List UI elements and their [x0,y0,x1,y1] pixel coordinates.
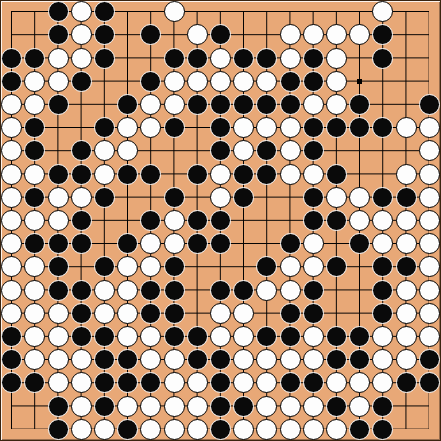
intersection-M8[interactable] [255,255,278,278]
intersection-G16[interactable] [139,70,162,93]
intersection-C3[interactable] [46,371,69,394]
intersection-K9[interactable] [209,232,232,255]
intersection-P1[interactable] [325,418,348,441]
intersection-D15[interactable] [70,93,93,116]
intersection-J10[interactable] [186,209,209,232]
intersection-Q2[interactable] [348,394,371,417]
intersection-H8[interactable] [162,255,185,278]
intersection-P12[interactable] [325,162,348,185]
intersection-D5[interactable] [70,325,93,348]
intersection-J8[interactable] [186,255,209,278]
intersection-G1[interactable] [139,418,162,441]
intersection-C5[interactable] [46,325,69,348]
intersection-O13[interactable] [302,139,325,162]
intersection-L11[interactable] [232,186,255,209]
intersection-H13[interactable] [162,139,185,162]
intersection-K10[interactable] [209,209,232,232]
intersection-G13[interactable] [139,139,162,162]
intersection-P2[interactable] [325,394,348,417]
intersection-T12[interactable] [418,162,441,185]
intersection-O12[interactable] [302,162,325,185]
intersection-L5[interactable] [232,325,255,348]
intersection-H16[interactable] [162,70,185,93]
intersection-D14[interactable] [70,116,93,139]
intersection-O14[interactable] [302,116,325,139]
intersection-L19[interactable] [232,0,255,23]
intersection-E3[interactable] [93,371,116,394]
intersection-M11[interactable] [255,186,278,209]
intersection-J9[interactable] [186,232,209,255]
intersection-E19[interactable] [93,0,116,23]
intersection-N9[interactable] [278,232,301,255]
intersection-H5[interactable] [162,325,185,348]
intersection-M15[interactable] [255,93,278,116]
intersection-E16[interactable] [93,70,116,93]
intersection-S10[interactable] [394,209,417,232]
intersection-N8[interactable] [278,255,301,278]
intersection-E18[interactable] [93,23,116,46]
intersection-B15[interactable] [23,93,46,116]
intersection-N5[interactable] [278,325,301,348]
intersection-C8[interactable] [46,255,69,278]
intersection-T10[interactable] [418,209,441,232]
intersection-Q8[interactable] [348,255,371,278]
intersection-E6[interactable] [93,302,116,325]
intersection-E13[interactable] [93,139,116,162]
intersection-C6[interactable] [46,302,69,325]
intersection-J18[interactable] [186,23,209,46]
intersection-T4[interactable] [418,348,441,371]
intersection-D6[interactable] [70,302,93,325]
intersection-T14[interactable] [418,116,441,139]
intersection-D18[interactable] [70,23,93,46]
intersection-B10[interactable] [23,209,46,232]
intersection-R6[interactable] [371,302,394,325]
intersection-D2[interactable] [70,394,93,417]
intersection-E7[interactable] [93,278,116,301]
intersection-K16[interactable] [209,70,232,93]
intersection-L8[interactable] [232,255,255,278]
intersection-G17[interactable] [139,46,162,69]
intersection-S4[interactable] [394,348,417,371]
intersection-Q3[interactable] [348,371,371,394]
intersection-C11[interactable] [46,186,69,209]
intersection-C15[interactable] [46,93,69,116]
intersection-M12[interactable] [255,162,278,185]
intersection-L4[interactable] [232,348,255,371]
intersection-H1[interactable] [162,418,185,441]
intersection-C7[interactable] [46,278,69,301]
intersection-Q1[interactable] [348,418,371,441]
intersection-F3[interactable] [116,371,139,394]
intersection-T18[interactable] [418,23,441,46]
intersection-R9[interactable] [371,232,394,255]
intersection-L15[interactable] [232,93,255,116]
intersection-G18[interactable] [139,23,162,46]
intersection-M6[interactable] [255,302,278,325]
intersection-D11[interactable] [70,186,93,209]
intersection-A8[interactable] [0,255,23,278]
intersection-N7[interactable] [278,278,301,301]
intersection-B8[interactable] [23,255,46,278]
intersection-J15[interactable] [186,93,209,116]
intersection-T17[interactable] [418,46,441,69]
intersection-F11[interactable] [116,186,139,209]
intersection-E11[interactable] [93,186,116,209]
intersection-P10[interactable] [325,209,348,232]
intersection-R18[interactable] [371,23,394,46]
intersection-H19[interactable] [162,0,185,23]
intersection-F18[interactable] [116,23,139,46]
intersection-O6[interactable] [302,302,325,325]
intersection-T11[interactable] [418,186,441,209]
intersection-N18[interactable] [278,23,301,46]
intersection-H3[interactable] [162,371,185,394]
intersection-C16[interactable] [46,70,69,93]
intersection-S8[interactable] [394,255,417,278]
intersection-L18[interactable] [232,23,255,46]
intersection-J14[interactable] [186,116,209,139]
intersection-L12[interactable] [232,162,255,185]
intersection-O3[interactable] [302,371,325,394]
intersection-P3[interactable] [325,371,348,394]
intersection-M16[interactable] [255,70,278,93]
intersection-K4[interactable] [209,348,232,371]
intersection-P8[interactable] [325,255,348,278]
intersection-A6[interactable] [0,302,23,325]
intersection-O7[interactable] [302,278,325,301]
intersection-T8[interactable] [418,255,441,278]
intersection-R16[interactable] [371,70,394,93]
intersection-A5[interactable] [0,325,23,348]
intersection-K13[interactable] [209,139,232,162]
intersection-Q5[interactable] [348,325,371,348]
intersection-P15[interactable] [325,93,348,116]
intersection-R17[interactable] [371,46,394,69]
intersection-R11[interactable] [371,186,394,209]
intersection-P4[interactable] [325,348,348,371]
intersection-T1[interactable] [418,418,441,441]
intersection-M14[interactable] [255,116,278,139]
intersection-S12[interactable] [394,162,417,185]
intersection-N4[interactable] [278,348,301,371]
intersection-M18[interactable] [255,23,278,46]
intersection-S6[interactable] [394,302,417,325]
intersection-O18[interactable] [302,23,325,46]
intersection-M9[interactable] [255,232,278,255]
intersection-O16[interactable] [302,70,325,93]
intersection-J4[interactable] [186,348,209,371]
intersection-E2[interactable] [93,394,116,417]
intersection-D12[interactable] [70,162,93,185]
intersection-D10[interactable] [70,209,93,232]
intersection-G2[interactable] [139,394,162,417]
intersection-L6[interactable] [232,302,255,325]
intersection-S9[interactable] [394,232,417,255]
intersection-A7[interactable] [0,278,23,301]
intersection-G4[interactable] [139,348,162,371]
intersection-F19[interactable] [116,0,139,23]
intersection-H12[interactable] [162,162,185,185]
intersection-G15[interactable] [139,93,162,116]
intersection-L7[interactable] [232,278,255,301]
intersection-L17[interactable] [232,46,255,69]
intersection-H18[interactable] [162,23,185,46]
intersection-N13[interactable] [278,139,301,162]
intersection-D8[interactable] [70,255,93,278]
intersection-Q19[interactable] [348,0,371,23]
intersection-G14[interactable] [139,116,162,139]
intersection-M7[interactable] [255,278,278,301]
intersection-B16[interactable] [23,70,46,93]
intersection-K7[interactable] [209,278,232,301]
intersection-K18[interactable] [209,23,232,46]
intersection-L2[interactable] [232,394,255,417]
intersection-L13[interactable] [232,139,255,162]
intersection-N6[interactable] [278,302,301,325]
intersection-B17[interactable] [23,46,46,69]
intersection-M13[interactable] [255,139,278,162]
intersection-M10[interactable] [255,209,278,232]
intersection-M4[interactable] [255,348,278,371]
intersection-A14[interactable] [0,116,23,139]
intersection-K15[interactable] [209,93,232,116]
intersection-A3[interactable] [0,371,23,394]
intersection-S5[interactable] [394,325,417,348]
intersection-G11[interactable] [139,186,162,209]
intersection-S14[interactable] [394,116,417,139]
intersection-Q13[interactable] [348,139,371,162]
intersection-G9[interactable] [139,232,162,255]
intersection-K11[interactable] [209,186,232,209]
intersection-K1[interactable] [209,418,232,441]
intersection-R10[interactable] [371,209,394,232]
intersection-J17[interactable] [186,46,209,69]
intersection-D7[interactable] [70,278,93,301]
intersection-F5[interactable] [116,325,139,348]
intersection-R14[interactable] [371,116,394,139]
intersection-C14[interactable] [46,116,69,139]
intersection-S16[interactable] [394,70,417,93]
intersection-T13[interactable] [418,139,441,162]
intersection-G5[interactable] [139,325,162,348]
intersection-P18[interactable] [325,23,348,46]
intersection-R12[interactable] [371,162,394,185]
intersection-O2[interactable] [302,394,325,417]
intersection-E15[interactable] [93,93,116,116]
intersection-Q12[interactable] [348,162,371,185]
intersection-E4[interactable] [93,348,116,371]
intersection-P5[interactable] [325,325,348,348]
intersection-L1[interactable] [232,418,255,441]
intersection-Q14[interactable] [348,116,371,139]
intersection-J19[interactable] [186,0,209,23]
intersection-N10[interactable] [278,209,301,232]
intersection-P17[interactable] [325,46,348,69]
intersection-K14[interactable] [209,116,232,139]
intersection-C19[interactable] [46,0,69,23]
intersection-F15[interactable] [116,93,139,116]
intersection-R15[interactable] [371,93,394,116]
intersection-R13[interactable] [371,139,394,162]
intersection-P11[interactable] [325,186,348,209]
intersection-M1[interactable] [255,418,278,441]
intersection-J5[interactable] [186,325,209,348]
intersection-C17[interactable] [46,46,69,69]
intersection-B18[interactable] [23,23,46,46]
intersection-N16[interactable] [278,70,301,93]
intersection-O10[interactable] [302,209,325,232]
intersection-B6[interactable] [23,302,46,325]
intersection-Q9[interactable] [348,232,371,255]
intersection-K12[interactable] [209,162,232,185]
intersection-D1[interactable] [70,418,93,441]
intersection-R4[interactable] [371,348,394,371]
intersection-A4[interactable] [0,348,23,371]
intersection-C12[interactable] [46,162,69,185]
intersection-O17[interactable] [302,46,325,69]
intersection-N11[interactable] [278,186,301,209]
intersection-A11[interactable] [0,186,23,209]
intersection-S18[interactable] [394,23,417,46]
intersection-Q11[interactable] [348,186,371,209]
intersection-G10[interactable] [139,209,162,232]
intersection-N2[interactable] [278,394,301,417]
intersection-B11[interactable] [23,186,46,209]
intersection-O15[interactable] [302,93,325,116]
intersection-B13[interactable] [23,139,46,162]
intersection-N15[interactable] [278,93,301,116]
intersection-H4[interactable] [162,348,185,371]
intersection-T5[interactable] [418,325,441,348]
intersection-M19[interactable] [255,0,278,23]
intersection-F9[interactable] [116,232,139,255]
intersection-Q15[interactable] [348,93,371,116]
intersection-T7[interactable] [418,278,441,301]
intersection-K2[interactable] [209,394,232,417]
intersection-A2[interactable] [0,394,23,417]
intersection-R19[interactable] [371,0,394,23]
intersection-O19[interactable] [302,0,325,23]
intersection-O8[interactable] [302,255,325,278]
intersection-T6[interactable] [418,302,441,325]
intersection-G8[interactable] [139,255,162,278]
intersection-M3[interactable] [255,371,278,394]
intersection-K17[interactable] [209,46,232,69]
intersection-C4[interactable] [46,348,69,371]
intersection-S19[interactable] [394,0,417,23]
intersection-Q17[interactable] [348,46,371,69]
intersection-C10[interactable] [46,209,69,232]
intersection-B7[interactable] [23,278,46,301]
intersection-H9[interactable] [162,232,185,255]
intersection-P6[interactable] [325,302,348,325]
intersection-Q4[interactable] [348,348,371,371]
intersection-Q6[interactable] [348,302,371,325]
intersection-J13[interactable] [186,139,209,162]
intersection-E9[interactable] [93,232,116,255]
intersection-C13[interactable] [46,139,69,162]
intersection-C1[interactable] [46,418,69,441]
intersection-J12[interactable] [186,162,209,185]
intersection-J11[interactable] [186,186,209,209]
intersection-F13[interactable] [116,139,139,162]
intersection-B2[interactable] [23,394,46,417]
intersection-R7[interactable] [371,278,394,301]
intersection-F8[interactable] [116,255,139,278]
intersection-S7[interactable] [394,278,417,301]
intersection-L14[interactable] [232,116,255,139]
intersection-B5[interactable] [23,325,46,348]
intersection-P13[interactable] [325,139,348,162]
intersection-F1[interactable] [116,418,139,441]
intersection-D3[interactable] [70,371,93,394]
intersection-A18[interactable] [0,23,23,46]
intersection-F14[interactable] [116,116,139,139]
intersection-B3[interactable] [23,371,46,394]
intersection-H10[interactable] [162,209,185,232]
intersection-D4[interactable] [70,348,93,371]
intersection-O5[interactable] [302,325,325,348]
intersection-M17[interactable] [255,46,278,69]
intersection-Q7[interactable] [348,278,371,301]
intersection-S11[interactable] [394,186,417,209]
intersection-J16[interactable] [186,70,209,93]
intersection-T16[interactable] [418,70,441,93]
intersection-K8[interactable] [209,255,232,278]
intersection-H2[interactable] [162,394,185,417]
intersection-M5[interactable] [255,325,278,348]
intersection-M2[interactable] [255,394,278,417]
intersection-G7[interactable] [139,278,162,301]
intersection-L16[interactable] [232,70,255,93]
intersection-L3[interactable] [232,371,255,394]
intersection-J3[interactable] [186,371,209,394]
intersection-P9[interactable] [325,232,348,255]
intersection-S15[interactable] [394,93,417,116]
intersection-K3[interactable] [209,371,232,394]
intersection-N3[interactable] [278,371,301,394]
intersection-P16[interactable] [325,70,348,93]
intersection-O4[interactable] [302,348,325,371]
intersection-F7[interactable] [116,278,139,301]
intersection-R2[interactable] [371,394,394,417]
intersection-D16[interactable] [70,70,93,93]
intersection-S17[interactable] [394,46,417,69]
intersection-N14[interactable] [278,116,301,139]
intersection-B14[interactable] [23,116,46,139]
intersection-A19[interactable] [0,0,23,23]
intersection-B19[interactable] [23,0,46,23]
intersection-R5[interactable] [371,325,394,348]
intersection-R8[interactable] [371,255,394,278]
intersection-E1[interactable] [93,418,116,441]
intersection-S2[interactable] [394,394,417,417]
intersection-T2[interactable] [418,394,441,417]
intersection-K5[interactable] [209,325,232,348]
intersection-D19[interactable] [70,0,93,23]
intersection-E5[interactable] [93,325,116,348]
intersection-K6[interactable] [209,302,232,325]
intersection-B1[interactable] [23,418,46,441]
intersection-D17[interactable] [70,46,93,69]
intersection-F2[interactable] [116,394,139,417]
intersection-J1[interactable] [186,418,209,441]
intersection-T3[interactable] [418,371,441,394]
intersection-F4[interactable] [116,348,139,371]
intersection-J7[interactable] [186,278,209,301]
intersection-E17[interactable] [93,46,116,69]
